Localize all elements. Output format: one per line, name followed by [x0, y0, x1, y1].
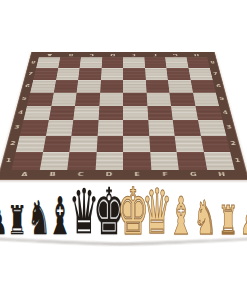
square-b6: [53, 80, 78, 92]
file-label-bottom-b: B: [38, 170, 68, 179]
square-g8: [165, 57, 188, 68]
square-h7: [188, 68, 213, 80]
square-g6: [168, 80, 193, 92]
square-a5: [27, 93, 53, 106]
square-b4: [48, 106, 75, 120]
square-h6: [190, 80, 215, 92]
rank-label-right-7: 7: [210, 68, 221, 80]
square-h8: [186, 57, 210, 68]
square-g2: [175, 135, 204, 152]
file-label-bottom-h: H: [207, 170, 237, 179]
rank-label-right-6: 6: [213, 80, 225, 92]
square-a3: [20, 120, 49, 135]
file-label-top-d: D: [102, 52, 123, 57]
square-b5: [51, 93, 77, 106]
square-e7: [123, 68, 145, 80]
square-f7: [145, 68, 168, 80]
square-e6: [123, 80, 146, 92]
square-b1: [39, 152, 69, 170]
square-f8: [144, 57, 166, 68]
file-label-top-e: E: [123, 52, 144, 57]
file-label-top-c: C: [81, 52, 102, 57]
square-d4: [98, 106, 123, 120]
square-b8: [58, 57, 81, 68]
square-a6: [30, 80, 55, 92]
file-label-top-h: H: [185, 52, 207, 57]
square-g4: [171, 106, 198, 120]
square-e3: [123, 120, 149, 135]
square-g3: [173, 120, 201, 135]
square-h2: [200, 135, 230, 152]
square-f3: [148, 120, 175, 135]
square-f1: [150, 152, 179, 170]
square-d8: [101, 57, 123, 68]
square-e5: [123, 93, 147, 106]
square-g5: [169, 93, 195, 106]
square-c8: [80, 57, 102, 68]
square-a1: [11, 152, 42, 170]
square-f6: [145, 80, 169, 92]
file-label-top-a: A: [39, 52, 61, 57]
square-c4: [73, 106, 99, 120]
square-e8: [123, 57, 145, 68]
white-knight: ♞: [193, 194, 216, 241]
board-corner-bottom-right: [235, 170, 247, 179]
file-label-top-g: G: [165, 52, 187, 57]
white-bishop: ♝: [168, 190, 194, 242]
file-label-top-f: F: [144, 52, 165, 57]
file-label-bottom-a: A: [9, 170, 39, 179]
square-e4: [123, 106, 148, 120]
square-d2: [96, 135, 123, 152]
square-b3: [46, 120, 74, 135]
square-h3: [198, 120, 227, 135]
black-rook: ♜: [7, 200, 27, 240]
file-label-bottom-g: G: [179, 170, 209, 179]
white-rook: ♜: [218, 200, 238, 240]
square-c6: [77, 80, 101, 92]
square-c1: [67, 152, 96, 170]
square-a8: [36, 57, 60, 68]
square-h5: [193, 93, 219, 106]
square-e1: [123, 152, 151, 170]
square-e2: [123, 135, 150, 152]
square-c3: [71, 120, 98, 135]
square-c5: [75, 93, 100, 106]
square-h4: [195, 106, 222, 120]
square-g7: [166, 68, 190, 80]
square-a7: [33, 68, 58, 80]
square-d7: [101, 68, 123, 80]
square-a2: [16, 135, 46, 152]
square-c2: [69, 135, 97, 152]
square-a4: [24, 106, 51, 120]
square-f4: [147, 106, 173, 120]
chess-set-product-photo: ABCDEFGH8877665544332211ABCDEFGH ♟♜♞♝♛♚♚…: [0, 0, 247, 296]
rank-label-right-4: 4: [219, 106, 232, 120]
file-label-top-b: B: [60, 52, 82, 57]
square-f2: [149, 135, 177, 152]
white-pawn: ♟: [241, 205, 247, 239]
square-d3: [97, 120, 123, 135]
square-b2: [43, 135, 72, 152]
square-d1: [95, 152, 123, 170]
square-d6: [100, 80, 123, 92]
square-d5: [99, 93, 123, 106]
chess-board: ABCDEFGH8877665544332211ABCDEFGH: [0, 52, 247, 180]
square-f5: [146, 93, 171, 106]
square-b7: [56, 68, 80, 80]
square-g1: [177, 152, 207, 170]
rank-label-right-5: 5: [216, 93, 228, 106]
rank-label-right-8: 8: [207, 57, 218, 68]
square-c7: [78, 68, 101, 80]
